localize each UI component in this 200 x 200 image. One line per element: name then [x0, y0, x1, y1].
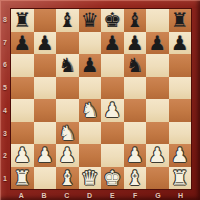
file-label-f: F: [124, 190, 147, 200]
square-f6[interactable]: ♞: [124, 54, 147, 77]
square-h1[interactable]: ♜: [169, 167, 192, 190]
square-e6[interactable]: [101, 54, 124, 77]
piece-white-pawn[interactable]: ♟: [126, 145, 144, 165]
piece-black-rook[interactable]: ♜: [13, 10, 31, 30]
square-a3[interactable]: [11, 122, 34, 145]
square-b4[interactable]: [34, 99, 57, 122]
file-labels: ABCDEFGH: [10, 190, 192, 200]
piece-black-king[interactable]: ♚: [103, 10, 121, 30]
piece-black-bishop[interactable]: ♝: [126, 10, 144, 30]
square-a2[interactable]: ♟: [11, 144, 34, 167]
square-d2[interactable]: [79, 144, 102, 167]
square-a8[interactable]: ♜: [11, 9, 34, 32]
rank-labels: 87654321: [0, 8, 10, 190]
piece-black-knight[interactable]: ♞: [58, 55, 76, 75]
square-g2[interactable]: ♟: [146, 144, 169, 167]
square-c2[interactable]: ♟: [56, 144, 79, 167]
square-e2[interactable]: [101, 144, 124, 167]
square-h5[interactable]: [169, 77, 192, 100]
piece-black-pawn[interactable]: ♟: [103, 32, 121, 52]
rank-label-5: 5: [0, 76, 10, 99]
file-label-h: H: [169, 190, 192, 200]
chessboard: ♜♝♛♚♝♜♟♟♟♟♟♟♞♟♞♞♟♞♟♟♟♟♟♟♜♝♛♚♝♜: [10, 8, 192, 190]
file-label-g: G: [147, 190, 170, 200]
piece-white-king[interactable]: ♚: [103, 167, 121, 187]
square-d5[interactable]: [79, 77, 102, 100]
square-h3[interactable]: [169, 122, 192, 145]
square-c5[interactable]: [56, 77, 79, 100]
square-b8[interactable]: [34, 9, 57, 32]
square-g5[interactable]: [146, 77, 169, 100]
piece-black-bishop[interactable]: ♝: [58, 10, 76, 30]
square-h8[interactable]: ♜: [169, 9, 192, 32]
square-h6[interactable]: [169, 54, 192, 77]
square-g6[interactable]: [146, 54, 169, 77]
piece-black-pawn[interactable]: ♟: [81, 55, 99, 75]
square-e4[interactable]: ♟: [101, 99, 124, 122]
piece-black-rook[interactable]: ♜: [171, 10, 189, 30]
piece-white-rook[interactable]: ♜: [171, 167, 189, 187]
rank-label-8: 8: [0, 8, 10, 31]
rank-label-1: 1: [0, 167, 10, 190]
square-d8[interactable]: ♛: [79, 9, 102, 32]
square-f1[interactable]: ♝: [124, 167, 147, 190]
piece-white-knight[interactable]: ♞: [81, 100, 99, 120]
square-d4[interactable]: ♞: [79, 99, 102, 122]
square-b2[interactable]: ♟: [34, 144, 57, 167]
square-b5[interactable]: [34, 77, 57, 100]
square-c7[interactable]: [56, 32, 79, 55]
square-g3[interactable]: [146, 122, 169, 145]
square-a1[interactable]: ♜: [11, 167, 34, 190]
piece-white-bishop[interactable]: ♝: [58, 167, 76, 187]
piece-black-pawn[interactable]: ♟: [126, 32, 144, 52]
square-h7[interactable]: ♟: [169, 32, 192, 55]
piece-white-pawn[interactable]: ♟: [36, 145, 54, 165]
square-e3[interactable]: [101, 122, 124, 145]
square-c8[interactable]: ♝: [56, 9, 79, 32]
piece-white-pawn[interactable]: ♟: [58, 145, 76, 165]
piece-black-pawn[interactable]: ♟: [148, 32, 166, 52]
piece-white-pawn[interactable]: ♟: [13, 145, 31, 165]
chessboard-frame: 87654321 ABCDEFGH ♜♝♛♚♝♜♟♟♟♟♟♟♞♟♞♞♟♞♟♟♟♟…: [0, 0, 200, 200]
file-label-b: B: [33, 190, 56, 200]
piece-white-knight[interactable]: ♞: [58, 122, 76, 142]
square-c3[interactable]: ♞: [56, 122, 79, 145]
piece-white-pawn[interactable]: ♟: [148, 145, 166, 165]
square-c4[interactable]: [56, 99, 79, 122]
piece-white-rook[interactable]: ♜: [13, 167, 31, 187]
piece-white-pawn[interactable]: ♟: [171, 145, 189, 165]
piece-black-knight[interactable]: ♞: [126, 55, 144, 75]
square-a5[interactable]: [11, 77, 34, 100]
square-e7[interactable]: ♟: [101, 32, 124, 55]
square-b1[interactable]: [34, 167, 57, 190]
square-d3[interactable]: [79, 122, 102, 145]
square-g1[interactable]: [146, 167, 169, 190]
square-a6[interactable]: [11, 54, 34, 77]
file-label-d: D: [78, 190, 101, 200]
piece-black-pawn[interactable]: ♟: [36, 32, 54, 52]
square-b7[interactable]: ♟: [34, 32, 57, 55]
square-e8[interactable]: ♚: [101, 9, 124, 32]
square-d6[interactable]: ♟: [79, 54, 102, 77]
square-b3[interactable]: [34, 122, 57, 145]
square-b6[interactable]: [34, 54, 57, 77]
square-a7[interactable]: ♟: [11, 32, 34, 55]
square-e5[interactable]: [101, 77, 124, 100]
rank-label-6: 6: [0, 54, 10, 77]
square-c6[interactable]: ♞: [56, 54, 79, 77]
square-f4[interactable]: [124, 99, 147, 122]
square-g7[interactable]: ♟: [146, 32, 169, 55]
piece-white-bishop[interactable]: ♝: [126, 167, 144, 187]
rank-label-4: 4: [0, 99, 10, 122]
square-f7[interactable]: ♟: [124, 32, 147, 55]
piece-white-queen[interactable]: ♛: [81, 167, 99, 187]
square-f2[interactable]: ♟: [124, 144, 147, 167]
square-f3[interactable]: [124, 122, 147, 145]
piece-black-pawn[interactable]: ♟: [171, 32, 189, 52]
rank-label-3: 3: [0, 122, 10, 145]
square-d1[interactable]: ♛: [79, 167, 102, 190]
square-f5[interactable]: [124, 77, 147, 100]
file-label-a: A: [10, 190, 33, 200]
piece-white-pawn[interactable]: ♟: [103, 100, 121, 120]
file-label-c: C: [56, 190, 79, 200]
square-g8[interactable]: [146, 9, 169, 32]
square-h4[interactable]: [169, 99, 192, 122]
square-c1[interactable]: ♝: [56, 167, 79, 190]
square-h2[interactable]: ♟: [169, 144, 192, 167]
rank-label-7: 7: [0, 31, 10, 54]
square-e1[interactable]: ♚: [101, 167, 124, 190]
square-g4[interactable]: [146, 99, 169, 122]
piece-black-queen[interactable]: ♛: [81, 10, 99, 30]
piece-black-pawn[interactable]: ♟: [13, 32, 31, 52]
file-label-e: E: [101, 190, 124, 200]
rank-label-2: 2: [0, 145, 10, 168]
square-a4[interactable]: [11, 99, 34, 122]
square-d7[interactable]: [79, 32, 102, 55]
square-f8[interactable]: ♝: [124, 9, 147, 32]
